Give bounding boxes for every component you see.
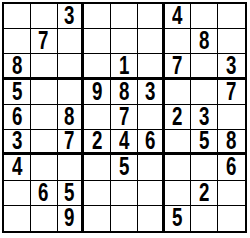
cell-r1c1[interactable]	[4, 4, 31, 29]
cell-r9c9[interactable]	[218, 206, 245, 231]
cell-r2c6[interactable]	[138, 29, 165, 54]
cell-r1c6[interactable]	[138, 4, 165, 29]
cell-r9c8[interactable]	[191, 206, 218, 231]
cell-r7c5[interactable]: 5	[111, 155, 138, 180]
cell-r9c7[interactable]: 5	[165, 206, 192, 231]
cell-r3c8[interactable]	[191, 54, 218, 79]
cell-digit: 8	[199, 29, 209, 53]
cell-r8c9[interactable]	[218, 181, 245, 206]
cell-r6c5[interactable]: 4	[111, 130, 138, 155]
cell-digit: 8	[226, 130, 236, 153]
cell-digit: 7	[226, 80, 236, 104]
cell-r1c2[interactable]	[31, 4, 58, 29]
cell-r7c8[interactable]	[191, 155, 218, 180]
cell-r7c6[interactable]	[138, 155, 165, 180]
cell-digit: 6	[145, 130, 155, 153]
cell-r9c3[interactable]: 9	[58, 206, 85, 231]
cell-digit: 5	[199, 130, 209, 153]
cell-r9c2[interactable]	[31, 206, 58, 231]
cell-digit: 5	[172, 206, 182, 231]
cell-r9c4[interactable]	[84, 206, 111, 231]
cell-r5c6[interactable]	[138, 105, 165, 130]
cell-r6c7[interactable]	[165, 130, 192, 155]
cell-digit: 3	[64, 4, 74, 28]
cell-digit: 6	[38, 181, 48, 205]
cell-r2c3[interactable]	[58, 29, 85, 54]
cell-r1c7[interactable]: 4	[165, 4, 192, 29]
cell-r6c3[interactable]: 7	[58, 130, 85, 155]
cell-r6c2[interactable]	[31, 130, 58, 155]
cell-r8c7[interactable]	[165, 181, 192, 206]
cell-digit: 9	[92, 80, 102, 104]
cell-r5c2[interactable]	[31, 105, 58, 130]
cell-r7c1[interactable]: 4	[4, 155, 31, 180]
cell-r6c9[interactable]: 8	[218, 130, 245, 155]
cell-r3c6[interactable]	[138, 54, 165, 79]
cell-r3c5[interactable]: 1	[111, 54, 138, 79]
cell-r7c7[interactable]	[165, 155, 192, 180]
cell-digit: 7	[119, 105, 129, 129]
cell-r6c1[interactable]: 3	[4, 130, 31, 155]
cell-r4c7[interactable]	[165, 80, 192, 105]
cell-r4c8[interactable]	[191, 80, 218, 105]
cell-r6c8[interactable]: 5	[191, 130, 218, 155]
cell-r7c4[interactable]	[84, 155, 111, 180]
cell-r2c8[interactable]: 8	[191, 29, 218, 54]
cell-digit: 4	[172, 4, 182, 28]
cell-digit: 2	[199, 181, 209, 205]
cell-digit: 3	[226, 54, 236, 77]
cell-digit: 8	[64, 105, 74, 129]
cell-r5c9[interactable]	[218, 105, 245, 130]
cell-r4c1[interactable]: 5	[4, 80, 31, 105]
sudoku-board: 347881735983768723372465845665295	[2, 2, 247, 233]
cell-r7c9[interactable]: 6	[218, 155, 245, 180]
cell-r7c2[interactable]	[31, 155, 58, 180]
cell-r8c6[interactable]	[138, 181, 165, 206]
cell-digit: 8	[12, 54, 22, 77]
cell-digit: 9	[64, 206, 74, 231]
cell-digit: 7	[38, 29, 48, 53]
cell-digit: 2	[172, 105, 182, 129]
cell-r5c3[interactable]: 8	[58, 105, 85, 130]
cell-r8c8[interactable]: 2	[191, 181, 218, 206]
cell-digit: 5	[64, 181, 74, 205]
cell-r4c4[interactable]: 9	[84, 80, 111, 105]
cell-r6c6[interactable]: 6	[138, 130, 165, 155]
cell-r2c4[interactable]	[84, 29, 111, 54]
cell-r3c4[interactable]	[84, 54, 111, 79]
cell-r1c9[interactable]	[218, 4, 245, 29]
cell-r5c1[interactable]: 6	[4, 105, 31, 130]
cell-digit: 8	[119, 80, 129, 104]
cell-r7c3[interactable]	[58, 155, 85, 180]
cell-r4c6[interactable]: 3	[138, 80, 165, 105]
cell-digit: 5	[119, 155, 129, 179]
cell-digit: 7	[172, 54, 182, 77]
cell-digit: 3	[145, 80, 155, 104]
cell-digit: 6	[12, 105, 22, 129]
cell-digit: 2	[92, 130, 102, 153]
sudoku-page: 347881735983768723372465845665295	[0, 0, 250, 238]
cell-digit: 4	[119, 130, 129, 153]
cell-r2c7[interactable]	[165, 29, 192, 54]
cell-r8c2[interactable]: 6	[31, 181, 58, 206]
cell-digit: 3	[199, 105, 209, 129]
cell-r4c9[interactable]: 7	[218, 80, 245, 105]
cell-digit: 4	[12, 155, 22, 179]
cell-r1c5[interactable]	[111, 4, 138, 29]
cell-digit: 3	[12, 130, 22, 153]
cell-r1c8[interactable]	[191, 4, 218, 29]
cell-r5c8[interactable]: 3	[191, 105, 218, 130]
cell-r8c4[interactable]	[84, 181, 111, 206]
cell-r4c2[interactable]	[31, 80, 58, 105]
cell-r1c3[interactable]: 3	[58, 4, 85, 29]
cell-r3c9[interactable]: 3	[218, 54, 245, 79]
cell-r9c5[interactable]	[111, 206, 138, 231]
cell-r5c4[interactable]	[84, 105, 111, 130]
cell-r3c1[interactable]: 8	[4, 54, 31, 79]
cell-r2c5[interactable]	[111, 29, 138, 54]
cell-r8c3[interactable]: 5	[58, 181, 85, 206]
cell-r9c6[interactable]	[138, 206, 165, 231]
cell-r4c5[interactable]: 8	[111, 80, 138, 105]
cell-r4c3[interactable]	[58, 80, 85, 105]
cell-r6c4[interactable]: 2	[84, 130, 111, 155]
cell-r3c7[interactable]: 7	[165, 54, 192, 79]
cell-digit: 6	[226, 155, 236, 179]
cell-r2c1[interactable]	[4, 29, 31, 54]
cell-r8c1[interactable]	[4, 181, 31, 206]
cell-r3c3[interactable]	[58, 54, 85, 79]
cell-r1c4[interactable]	[84, 4, 111, 29]
cell-digit: 5	[12, 80, 22, 104]
cell-r3c2[interactable]	[31, 54, 58, 79]
cell-r5c5[interactable]: 7	[111, 105, 138, 130]
cell-r2c2[interactable]: 7	[31, 29, 58, 54]
cell-r8c5[interactable]	[111, 181, 138, 206]
cell-r5c7[interactable]: 2	[165, 105, 192, 130]
cell-r2c9[interactable]	[218, 29, 245, 54]
cell-digit: 1	[119, 54, 129, 77]
cell-digit: 7	[64, 130, 74, 153]
cell-r9c1[interactable]	[4, 206, 31, 231]
